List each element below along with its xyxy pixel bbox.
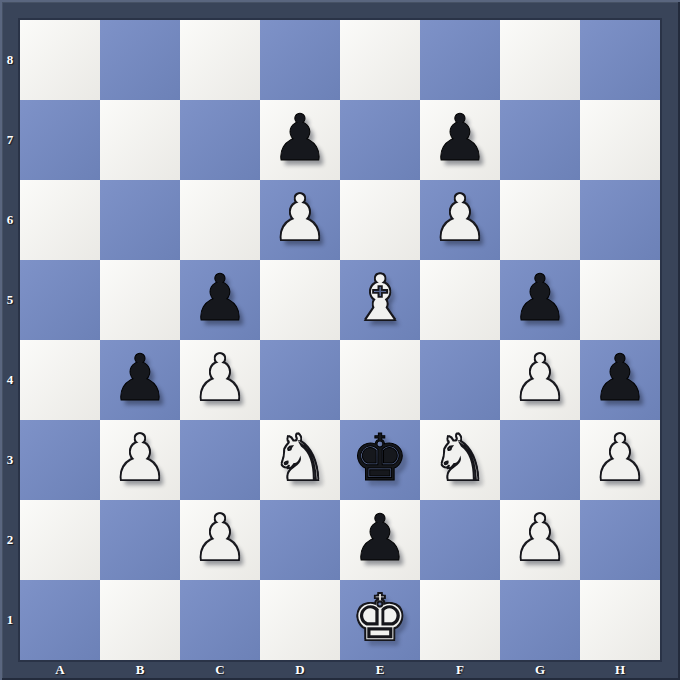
piece-black-pawn[interactable]: ♟ (511, 259, 568, 337)
square-a1[interactable] (20, 580, 100, 660)
square-g3[interactable] (500, 420, 580, 500)
square-f4[interactable] (420, 340, 500, 420)
square-f6[interactable]: ♟ (420, 180, 500, 260)
square-f1[interactable] (420, 580, 500, 660)
square-c8[interactable] (180, 20, 260, 100)
square-a6[interactable] (20, 180, 100, 260)
square-e1[interactable]: ♚ (340, 580, 420, 660)
square-h7[interactable] (580, 100, 660, 180)
square-h6[interactable] (580, 180, 660, 260)
square-d1[interactable] (260, 580, 340, 660)
square-c4[interactable]: ♟ (180, 340, 260, 420)
square-c2[interactable]: ♟ (180, 500, 260, 580)
square-e7[interactable] (340, 100, 420, 180)
square-a3[interactable] (20, 420, 100, 500)
file-label-e: E (340, 660, 420, 680)
square-a4[interactable] (20, 340, 100, 420)
square-e8[interactable] (340, 20, 420, 100)
square-e6[interactable] (340, 180, 420, 260)
rank-label-5: 5 (0, 260, 20, 340)
square-g6[interactable] (500, 180, 580, 260)
piece-white-knight[interactable]: ♞ (431, 419, 488, 497)
piece-white-king[interactable]: ♚ (351, 579, 408, 657)
piece-white-pawn[interactable]: ♟ (111, 419, 168, 497)
square-b1[interactable] (100, 580, 180, 660)
piece-black-pawn[interactable]: ♟ (111, 339, 168, 417)
piece-white-knight[interactable]: ♞ (271, 419, 328, 497)
square-e5[interactable]: ♝ (340, 260, 420, 340)
piece-white-pawn[interactable]: ♟ (511, 499, 568, 577)
file-label-d: D (260, 660, 340, 680)
rank-label-2: 2 (0, 500, 20, 580)
square-f8[interactable] (420, 20, 500, 100)
file-label-b: B (100, 660, 180, 680)
square-b6[interactable] (100, 180, 180, 260)
square-h5[interactable] (580, 260, 660, 340)
rank-label-7: 7 (0, 100, 20, 180)
square-h8[interactable] (580, 20, 660, 100)
file-label-f: F (420, 660, 500, 680)
square-e2[interactable]: ♟ (340, 500, 420, 580)
file-label-h: H (580, 660, 660, 680)
square-h2[interactable] (580, 500, 660, 580)
square-f3[interactable]: ♞ (420, 420, 500, 500)
square-f2[interactable] (420, 500, 500, 580)
piece-white-pawn[interactable]: ♟ (591, 419, 648, 497)
board-squares: ♟♟♟♟♟♝♟♟♟♟♟♟♞♚♞♟♟♟♟♚ (20, 20, 660, 660)
rank-label-6: 6 (0, 180, 20, 260)
square-g4[interactable]: ♟ (500, 340, 580, 420)
square-e3[interactable]: ♚ (340, 420, 420, 500)
rank-label-4: 4 (0, 340, 20, 420)
piece-white-pawn[interactable]: ♟ (191, 339, 248, 417)
file-label-g: G (500, 660, 580, 680)
piece-white-pawn[interactable]: ♟ (271, 179, 328, 257)
square-d5[interactable] (260, 260, 340, 340)
square-d2[interactable] (260, 500, 340, 580)
square-g1[interactable] (500, 580, 580, 660)
piece-black-pawn[interactable]: ♟ (591, 339, 648, 417)
square-d4[interactable] (260, 340, 340, 420)
piece-black-king[interactable]: ♚ (351, 419, 408, 497)
square-b5[interactable] (100, 260, 180, 340)
square-d8[interactable] (260, 20, 340, 100)
rank-label-8: 8 (0, 20, 20, 100)
square-g2[interactable]: ♟ (500, 500, 580, 580)
rank-label-1: 1 (0, 580, 20, 660)
piece-black-pawn[interactable]: ♟ (191, 259, 248, 337)
file-label-a: A (20, 660, 100, 680)
square-d7[interactable]: ♟ (260, 100, 340, 180)
square-b4[interactable]: ♟ (100, 340, 180, 420)
square-a7[interactable] (20, 100, 100, 180)
square-a5[interactable] (20, 260, 100, 340)
piece-white-pawn[interactable]: ♟ (431, 179, 488, 257)
square-g8[interactable] (500, 20, 580, 100)
square-c7[interactable] (180, 100, 260, 180)
piece-black-pawn[interactable]: ♟ (271, 99, 328, 177)
square-f5[interactable] (420, 260, 500, 340)
piece-black-pawn[interactable]: ♟ (431, 99, 488, 177)
square-a8[interactable] (20, 20, 100, 100)
piece-black-pawn[interactable]: ♟ (351, 499, 408, 577)
square-h4[interactable]: ♟ (580, 340, 660, 420)
piece-white-bishop[interactable]: ♝ (351, 259, 408, 337)
square-h3[interactable]: ♟ (580, 420, 660, 500)
square-c5[interactable]: ♟ (180, 260, 260, 340)
square-d6[interactable]: ♟ (260, 180, 340, 260)
square-e4[interactable] (340, 340, 420, 420)
square-c3[interactable] (180, 420, 260, 500)
square-b7[interactable] (100, 100, 180, 180)
square-c1[interactable] (180, 580, 260, 660)
piece-white-pawn[interactable]: ♟ (191, 499, 248, 577)
piece-white-pawn[interactable]: ♟ (511, 339, 568, 417)
square-a2[interactable] (20, 500, 100, 580)
square-c6[interactable] (180, 180, 260, 260)
square-d3[interactable]: ♞ (260, 420, 340, 500)
square-g5[interactable]: ♟ (500, 260, 580, 340)
square-b2[interactable] (100, 500, 180, 580)
square-f7[interactable]: ♟ (420, 100, 500, 180)
square-b8[interactable] (100, 20, 180, 100)
file-label-c: C (180, 660, 260, 680)
file-labels: ABCDEFGH (20, 660, 660, 680)
rank-label-3: 3 (0, 420, 20, 500)
square-b3[interactable]: ♟ (100, 420, 180, 500)
square-h1[interactable] (580, 580, 660, 660)
chess-board: 87654321 ABCDEFGH ♟♟♟♟♟♝♟♟♟♟♟♟♞♚♞♟♟♟♟♚ (0, 0, 680, 680)
rank-labels: 87654321 (0, 20, 20, 660)
square-g7[interactable] (500, 100, 580, 180)
